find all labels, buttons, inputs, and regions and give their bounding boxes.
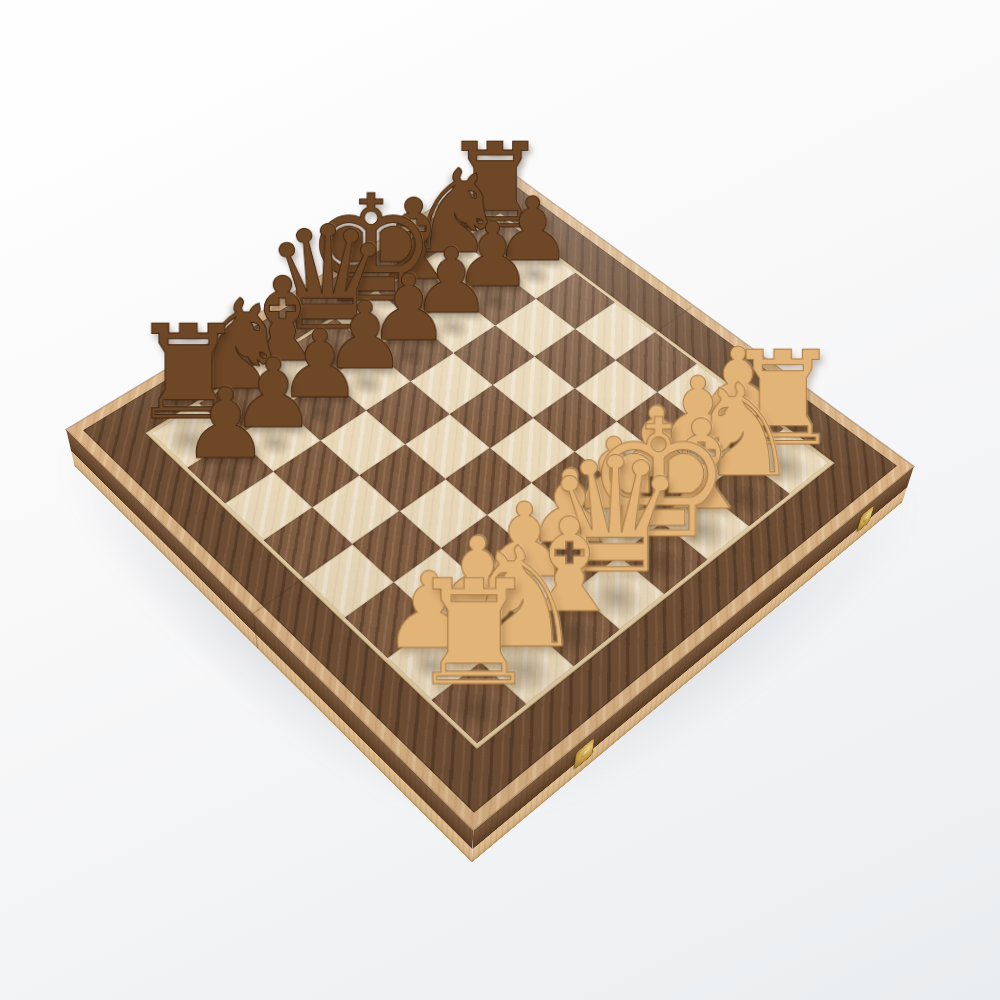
chess-board: ♜♞♝♛♚♝♞♜♟♟♟♟♟♟♟♟♟♟♟♟♟♟♟♟♜♞♝♛♚♝♞♜	[66, 166, 914, 831]
black-pawn-icon: ♟	[139, 375, 312, 473]
studio-background: { "game": "chess", "scene": { "descripti…	[0, 0, 1000, 1000]
board-tilt-wrapper: ♜♞♝♛♚♝♞♜♟♟♟♟♟♟♟♟♟♟♟♟♟♟♟♟♜♞♝♛♚♝♞♜	[177, 135, 803, 761]
scene: ♜♞♝♛♚♝♞♜♟♟♟♟♟♟♟♟♟♟♟♟♟♟♟♟♜♞♝♛♚♝♞♜	[0, 0, 1000, 1000]
white-rook-icon: ♜	[379, 560, 569, 706]
